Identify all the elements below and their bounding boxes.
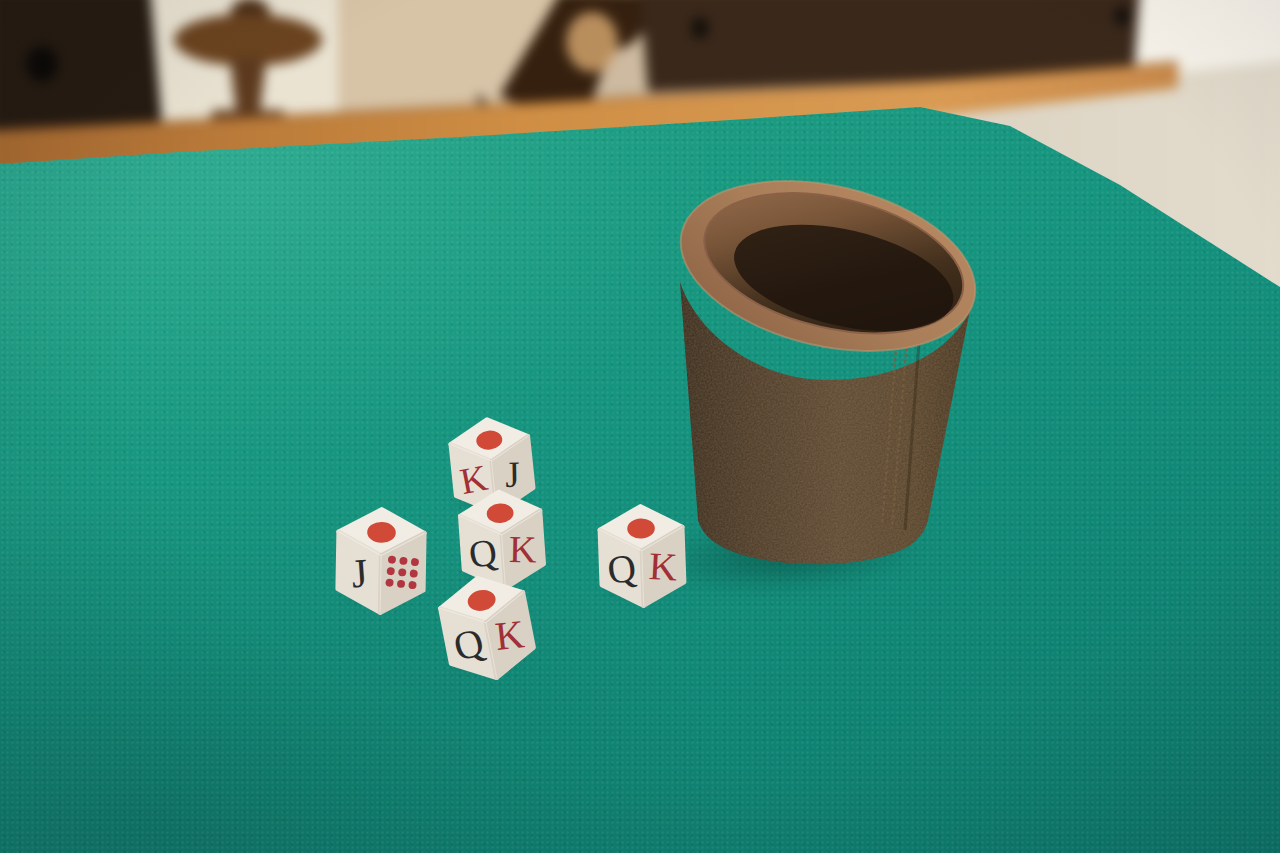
- die-letter: K: [493, 611, 527, 659]
- die-4-left-glyph: J: [350, 551, 369, 597]
- die-5-right-glyph: K: [493, 611, 527, 659]
- die-3-left-glyph: Q: [605, 546, 638, 592]
- die-3-right-glyph: K: [648, 544, 679, 588]
- die-4-right-glyph: [385, 555, 419, 589]
- photo-scene: KJQKQKJQK: [0, 0, 1280, 853]
- die-2-right-glyph: K: [509, 528, 538, 570]
- poker-die-3: QK: [598, 504, 686, 609]
- poker-die-4: J: [336, 507, 426, 614]
- dice-field: KJQKQKJQK: [0, 0, 1280, 853]
- die-letter: Q: [605, 546, 638, 592]
- die-letter: J: [350, 551, 369, 597]
- die-letter: K: [648, 544, 679, 588]
- die-letter: K: [509, 528, 538, 570]
